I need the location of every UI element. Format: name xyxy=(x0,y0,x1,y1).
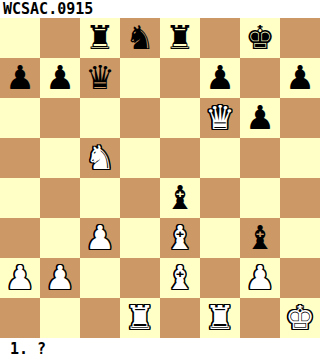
square-d1[interactable]: ♜ xyxy=(120,298,160,338)
square-b5[interactable] xyxy=(40,138,80,178)
square-g2[interactable]: ♟ xyxy=(240,258,280,298)
piece-white-rook: ♜ xyxy=(205,298,235,338)
chess-puzzle-window: WCSAC.0915 ♜♞♜♚♟♟♛♟♟♛♟♞♝♟♝♝♟♟♝♟♜♜♚ 1. ? xyxy=(0,0,320,360)
square-f4[interactable] xyxy=(200,178,240,218)
piece-black-pawn: ♟ xyxy=(285,58,315,98)
square-e1[interactable] xyxy=(160,298,200,338)
square-f5[interactable] xyxy=(200,138,240,178)
square-g5[interactable] xyxy=(240,138,280,178)
square-g3[interactable]: ♝ xyxy=(240,218,280,258)
square-h4[interactable] xyxy=(280,178,320,218)
square-b4[interactable] xyxy=(40,178,80,218)
square-h8[interactable] xyxy=(280,18,320,58)
square-c7[interactable]: ♛ xyxy=(80,58,120,98)
piece-white-bishop: ♝ xyxy=(165,218,195,258)
piece-white-pawn: ♟ xyxy=(85,218,115,258)
square-h2[interactable] xyxy=(280,258,320,298)
square-f6[interactable]: ♛ xyxy=(200,98,240,138)
square-d8[interactable]: ♞ xyxy=(120,18,160,58)
square-a7[interactable]: ♟ xyxy=(0,58,40,98)
square-c4[interactable] xyxy=(80,178,120,218)
square-h5[interactable] xyxy=(280,138,320,178)
square-a6[interactable] xyxy=(0,98,40,138)
square-c6[interactable] xyxy=(80,98,120,138)
piece-black-pawn: ♟ xyxy=(5,58,35,98)
square-h7[interactable]: ♟ xyxy=(280,58,320,98)
square-d7[interactable] xyxy=(120,58,160,98)
piece-white-knight: ♞ xyxy=(85,138,115,178)
piece-white-pawn: ♟ xyxy=(245,258,275,298)
piece-black-pawn: ♟ xyxy=(245,98,275,138)
square-c3[interactable]: ♟ xyxy=(80,218,120,258)
square-g6[interactable]: ♟ xyxy=(240,98,280,138)
square-g7[interactable] xyxy=(240,58,280,98)
square-c5[interactable]: ♞ xyxy=(80,138,120,178)
piece-black-bishop: ♝ xyxy=(245,218,275,258)
square-g8[interactable]: ♚ xyxy=(240,18,280,58)
piece-white-rook: ♜ xyxy=(125,298,155,338)
square-d5[interactable] xyxy=(120,138,160,178)
square-e5[interactable] xyxy=(160,138,200,178)
piece-black-king: ♚ xyxy=(245,18,275,58)
piece-white-king: ♚ xyxy=(285,298,315,338)
square-d6[interactable] xyxy=(120,98,160,138)
square-g1[interactable] xyxy=(240,298,280,338)
square-b1[interactable] xyxy=(40,298,80,338)
square-a5[interactable] xyxy=(0,138,40,178)
piece-black-queen: ♛ xyxy=(85,58,115,98)
square-c1[interactable] xyxy=(80,298,120,338)
square-a3[interactable] xyxy=(0,218,40,258)
square-c2[interactable] xyxy=(80,258,120,298)
square-b6[interactable] xyxy=(40,98,80,138)
square-h3[interactable] xyxy=(280,218,320,258)
square-f8[interactable] xyxy=(200,18,240,58)
square-f1[interactable]: ♜ xyxy=(200,298,240,338)
square-f3[interactable] xyxy=(200,218,240,258)
square-c8[interactable]: ♜ xyxy=(80,18,120,58)
square-d2[interactable] xyxy=(120,258,160,298)
square-a4[interactable] xyxy=(0,178,40,218)
caption-bar: 1. ? xyxy=(0,338,320,360)
piece-black-pawn: ♟ xyxy=(45,58,75,98)
piece-black-rook: ♜ xyxy=(165,18,195,58)
square-e2[interactable]: ♝ xyxy=(160,258,200,298)
move-prompt: 1. ? xyxy=(10,341,46,357)
square-b7[interactable]: ♟ xyxy=(40,58,80,98)
square-h6[interactable] xyxy=(280,98,320,138)
piece-black-knight: ♞ xyxy=(125,18,155,58)
square-g4[interactable] xyxy=(240,178,280,218)
piece-white-pawn: ♟ xyxy=(5,258,35,298)
piece-black-bishop: ♝ xyxy=(165,178,195,218)
piece-white-bishop: ♝ xyxy=(165,258,195,298)
square-f7[interactable]: ♟ xyxy=(200,58,240,98)
square-e6[interactable] xyxy=(160,98,200,138)
square-b8[interactable] xyxy=(40,18,80,58)
square-e7[interactable] xyxy=(160,58,200,98)
square-e4[interactable]: ♝ xyxy=(160,178,200,218)
square-a1[interactable] xyxy=(0,298,40,338)
square-b2[interactable]: ♟ xyxy=(40,258,80,298)
square-f2[interactable] xyxy=(200,258,240,298)
piece-white-queen: ♛ xyxy=(205,98,235,138)
piece-white-pawn: ♟ xyxy=(45,258,75,298)
square-h1[interactable]: ♚ xyxy=(280,298,320,338)
piece-black-rook: ♜ xyxy=(85,18,115,58)
puzzle-title: WCSAC.0915 xyxy=(3,1,93,17)
piece-black-pawn: ♟ xyxy=(205,58,235,98)
square-d3[interactable] xyxy=(120,218,160,258)
square-e8[interactable]: ♜ xyxy=(160,18,200,58)
chess-board: ♜♞♜♚♟♟♛♟♟♛♟♞♝♟♝♝♟♟♝♟♜♜♚ xyxy=(0,18,320,338)
square-a2[interactable]: ♟ xyxy=(0,258,40,298)
square-a8[interactable] xyxy=(0,18,40,58)
square-e3[interactable]: ♝ xyxy=(160,218,200,258)
square-b3[interactable] xyxy=(40,218,80,258)
title-bar: WCSAC.0915 xyxy=(0,0,320,18)
square-d4[interactable] xyxy=(120,178,160,218)
